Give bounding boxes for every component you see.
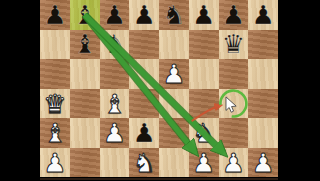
square-f4[interactable] <box>189 89 219 119</box>
square-c3[interactable]: ♟ <box>100 118 130 148</box>
letterbox-left-bar <box>0 0 40 180</box>
black-pawn-d3[interactable]: ♟ <box>129 118 159 148</box>
black-pawn-g7[interactable]: ♟ <box>219 0 249 30</box>
square-a3[interactable]: ♝ <box>40 118 70 148</box>
square-g3[interactable] <box>219 118 249 148</box>
black-pawn-d7[interactable]: ♟ <box>129 0 159 30</box>
square-g7[interactable]: ♟ <box>219 0 249 30</box>
square-g4[interactable] <box>219 89 249 119</box>
square-b5[interactable] <box>70 59 100 89</box>
white-bishop-a3[interactable]: ♝ <box>40 118 70 148</box>
white-pawn-f2[interactable]: ♟ <box>189 148 219 178</box>
square-h6[interactable] <box>248 30 278 60</box>
square-d5[interactable] <box>129 59 159 89</box>
square-a2[interactable]: ♟ <box>40 148 70 178</box>
square-f6[interactable] <box>189 30 219 60</box>
square-f3[interactable]: ♞ <box>189 118 219 148</box>
white-pawn-h2[interactable]: ♟ <box>248 148 278 178</box>
square-d7[interactable]: ♟ <box>129 0 159 30</box>
square-a7[interactable]: ♟ <box>40 0 70 30</box>
black-queen-g6[interactable]: ♛ <box>219 30 249 60</box>
black-pawn-a7[interactable]: ♟ <box>40 0 70 30</box>
square-f2[interactable]: ♟ <box>189 148 219 178</box>
white-queen-a4[interactable]: ♛ <box>40 89 70 119</box>
square-e2[interactable] <box>159 148 189 178</box>
square-c6[interactable]: ♞ <box>100 30 130 60</box>
square-b6[interactable]: ♝ <box>70 30 100 60</box>
square-e3[interactable] <box>159 118 189 148</box>
black-knight-e7[interactable]: ♞ <box>159 0 189 30</box>
square-h2[interactable]: ♟ <box>248 148 278 178</box>
square-d3[interactable]: ♟ <box>129 118 159 148</box>
white-pawn-g2[interactable]: ♟ <box>219 148 249 178</box>
black-bishop-b7[interactable]: ♝ <box>70 0 100 30</box>
board-bottom-edge <box>40 178 278 181</box>
square-d6[interactable] <box>129 30 159 60</box>
square-f7[interactable]: ♟ <box>189 0 219 30</box>
square-g6[interactable]: ♛ <box>219 30 249 60</box>
square-h4[interactable] <box>248 89 278 119</box>
white-knight-f3[interactable]: ♞ <box>189 118 219 148</box>
square-b7[interactable]: ♝ <box>70 0 100 30</box>
square-a6[interactable] <box>40 30 70 60</box>
black-bishop-b6[interactable]: ♝ <box>70 30 100 60</box>
white-pawn-e5[interactable]: ♟ <box>159 59 189 89</box>
square-d2[interactable]: ♞ <box>129 148 159 178</box>
square-g2[interactable]: ♟ <box>219 148 249 178</box>
white-bishop-c4[interactable]: ♝ <box>100 89 130 119</box>
square-c2[interactable] <box>100 148 130 178</box>
square-a4[interactable]: ♛ <box>40 89 70 119</box>
video-frame: ♟♝♟♟♞♟♟♟♝♞♛♟♛♝♝♟♟♞♟♞♟♟♟ <box>0 0 320 180</box>
square-e4[interactable] <box>159 89 189 119</box>
square-c4[interactable]: ♝ <box>100 89 130 119</box>
square-b3[interactable] <box>70 118 100 148</box>
square-a5[interactable] <box>40 59 70 89</box>
square-d4[interactable] <box>129 89 159 119</box>
square-h7[interactable]: ♟ <box>248 0 278 30</box>
square-c5[interactable] <box>100 59 130 89</box>
square-f5[interactable] <box>189 59 219 89</box>
black-knight-c6[interactable]: ♞ <box>100 30 130 60</box>
square-c7[interactable]: ♟ <box>100 0 130 30</box>
square-g5[interactable] <box>219 59 249 89</box>
square-h5[interactable] <box>248 59 278 89</box>
square-e5[interactable]: ♟ <box>159 59 189 89</box>
black-pawn-f7[interactable]: ♟ <box>189 0 219 30</box>
white-pawn-a2[interactable]: ♟ <box>40 148 70 178</box>
square-e7[interactable]: ♞ <box>159 0 189 30</box>
chess-board: ♟♝♟♟♞♟♟♟♝♞♛♟♛♝♝♟♟♞♟♞♟♟♟ <box>40 0 278 178</box>
white-knight-d2[interactable]: ♞ <box>129 148 159 178</box>
white-pawn-c3[interactable]: ♟ <box>100 118 130 148</box>
square-b4[interactable] <box>70 89 100 119</box>
square-b2[interactable] <box>70 148 100 178</box>
black-pawn-h7[interactable]: ♟ <box>248 0 278 30</box>
black-pawn-c7[interactable]: ♟ <box>100 0 130 30</box>
letterbox-right-bar <box>278 0 320 180</box>
square-h3[interactable] <box>248 118 278 148</box>
square-e6[interactable] <box>159 30 189 60</box>
